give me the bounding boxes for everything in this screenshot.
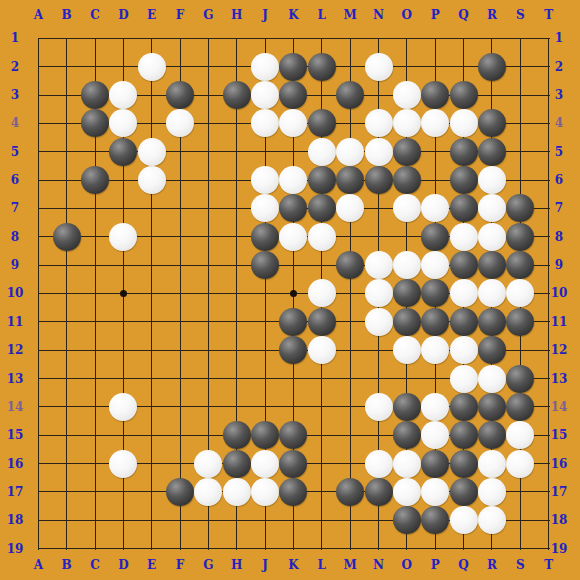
stone-white-E6[interactable]: [138, 166, 166, 194]
stone-black-S8[interactable]: [506, 223, 534, 251]
go-board[interactable]: AABBCCDDEEFFGGHHJJKKLLMMNNOOPPQQRRSSTT11…: [0, 0, 580, 580]
stone-white-R17[interactable]: [478, 478, 506, 506]
stone-black-B8[interactable]: [53, 223, 81, 251]
coord-label-right-19: 19: [551, 542, 568, 556]
grid-line-vertical: [151, 38, 152, 549]
stone-black-S11[interactable]: [506, 308, 534, 336]
coord-label-right-1: 1: [555, 31, 563, 45]
coord-label-bottom-N: N: [373, 558, 384, 572]
grid-line-vertical: [38, 38, 39, 549]
stone-black-M17[interactable]: [336, 478, 364, 506]
coord-label-top-J: J: [262, 8, 268, 22]
stone-white-O12[interactable]: [393, 336, 421, 364]
stone-white-G16[interactable]: [194, 450, 222, 478]
coord-label-left-2: 2: [11, 60, 19, 74]
coord-label-left-8: 8: [11, 230, 19, 244]
stone-black-R15[interactable]: [478, 421, 506, 449]
stone-white-O3[interactable]: [393, 81, 421, 109]
coord-label-top-A: A: [34, 8, 43, 22]
coord-label-top-H: H: [231, 8, 242, 22]
coord-label-top-O: O: [402, 8, 412, 22]
coord-label-left-12: 12: [7, 343, 24, 357]
coord-label-right-14: 14: [551, 400, 568, 414]
coord-label-right-13: 13: [551, 372, 568, 386]
coord-label-right-6: 6: [555, 173, 563, 187]
stone-black-F3[interactable]: [166, 81, 194, 109]
stone-black-L7[interactable]: [308, 194, 336, 222]
coord-label-left-3: 3: [11, 88, 19, 102]
stone-black-K16[interactable]: [279, 450, 307, 478]
coord-label-bottom-C: C: [90, 558, 100, 572]
stone-white-J6[interactable]: [251, 166, 279, 194]
stone-black-L4[interactable]: [308, 109, 336, 137]
coord-label-left-10: 10: [7, 286, 24, 300]
coord-label-left-15: 15: [7, 428, 24, 442]
stone-white-O4[interactable]: [393, 109, 421, 137]
star-point-D10: [120, 290, 127, 297]
stone-black-J9[interactable]: [251, 251, 279, 279]
stone-black-P3[interactable]: [421, 81, 449, 109]
stone-white-R8[interactable]: [478, 223, 506, 251]
stone-black-N17[interactable]: [365, 478, 393, 506]
stone-black-Q16[interactable]: [450, 450, 478, 478]
coord-label-right-18: 18: [551, 513, 568, 527]
stone-black-P16[interactable]: [421, 450, 449, 478]
coord-label-top-D: D: [118, 8, 128, 22]
stone-black-R14[interactable]: [478, 393, 506, 421]
stone-black-P8[interactable]: [421, 223, 449, 251]
stone-black-Q5[interactable]: [450, 138, 478, 166]
coord-label-bottom-A: A: [34, 558, 43, 572]
stone-black-K12[interactable]: [279, 336, 307, 364]
stone-black-K2[interactable]: [279, 53, 307, 81]
stone-black-O5[interactable]: [393, 138, 421, 166]
stone-black-L6[interactable]: [308, 166, 336, 194]
stone-white-L10[interactable]: [308, 279, 336, 307]
grid-line-horizontal: [38, 38, 549, 39]
stone-white-N4[interactable]: [365, 109, 393, 137]
stone-black-H16[interactable]: [223, 450, 251, 478]
coord-label-right-3: 3: [555, 88, 563, 102]
stone-white-O17[interactable]: [393, 478, 421, 506]
stone-white-N11[interactable]: [365, 308, 393, 336]
stone-white-S15[interactable]: [506, 421, 534, 449]
stone-white-K4[interactable]: [279, 109, 307, 137]
coord-label-left-9: 9: [11, 258, 19, 272]
stone-white-P4[interactable]: [421, 109, 449, 137]
stone-black-S7[interactable]: [506, 194, 534, 222]
stone-black-L2[interactable]: [308, 53, 336, 81]
stone-white-K8[interactable]: [279, 223, 307, 251]
stone-white-P17[interactable]: [421, 478, 449, 506]
stone-black-Q17[interactable]: [450, 478, 478, 506]
stone-white-R18[interactable]: [478, 506, 506, 534]
stone-black-P18[interactable]: [421, 506, 449, 534]
stone-white-J3[interactable]: [251, 81, 279, 109]
coord-label-top-K: K: [288, 8, 298, 22]
coord-label-top-S: S: [516, 8, 525, 22]
coord-label-left-5: 5: [11, 145, 19, 159]
stone-white-P7[interactable]: [421, 194, 449, 222]
stone-black-R11[interactable]: [478, 308, 506, 336]
coord-label-bottom-R: R: [487, 558, 497, 572]
stone-black-R2[interactable]: [478, 53, 506, 81]
coord-label-bottom-F: F: [176, 558, 185, 572]
stone-white-L5[interactable]: [308, 138, 336, 166]
stone-black-P11[interactable]: [421, 308, 449, 336]
stone-white-L8[interactable]: [308, 223, 336, 251]
stone-black-M6[interactable]: [336, 166, 364, 194]
stone-black-O11[interactable]: [393, 308, 421, 336]
stone-black-K3[interactable]: [279, 81, 307, 109]
coord-label-top-L: L: [318, 8, 326, 22]
stone-black-K15[interactable]: [279, 421, 307, 449]
stone-white-P9[interactable]: [421, 251, 449, 279]
coord-label-right-11: 11: [551, 315, 568, 329]
stone-white-N16[interactable]: [365, 450, 393, 478]
stone-white-E5[interactable]: [138, 138, 166, 166]
stone-black-R4[interactable]: [478, 109, 506, 137]
coord-label-left-17: 17: [7, 485, 24, 499]
stone-black-K11[interactable]: [279, 308, 307, 336]
stone-black-S13[interactable]: [506, 365, 534, 393]
stone-black-O10[interactable]: [393, 279, 421, 307]
stone-white-Q4[interactable]: [450, 109, 478, 137]
stone-white-N5[interactable]: [365, 138, 393, 166]
stone-black-C6[interactable]: [81, 166, 109, 194]
stone-black-J15[interactable]: [251, 421, 279, 449]
coord-label-bottom-K: K: [288, 558, 298, 572]
stone-black-K7[interactable]: [279, 194, 307, 222]
coord-label-right-10: 10: [551, 286, 568, 300]
stone-white-N9[interactable]: [365, 251, 393, 279]
stone-black-Q9[interactable]: [450, 251, 478, 279]
stone-black-P10[interactable]: [421, 279, 449, 307]
coord-label-right-4: 4: [555, 116, 563, 130]
stone-black-H3[interactable]: [223, 81, 251, 109]
stone-white-G17[interactable]: [194, 478, 222, 506]
coord-label-top-R: R: [487, 8, 497, 22]
coord-label-bottom-S: S: [516, 558, 525, 572]
stone-white-R7[interactable]: [478, 194, 506, 222]
coord-label-right-12: 12: [551, 343, 568, 357]
coord-label-top-B: B: [62, 8, 72, 22]
stone-white-D8[interactable]: [109, 223, 137, 251]
stone-white-P14[interactable]: [421, 393, 449, 421]
stone-white-J4[interactable]: [251, 109, 279, 137]
stone-black-C4[interactable]: [81, 109, 109, 137]
coord-label-left-18: 18: [7, 513, 24, 527]
stone-white-O9[interactable]: [393, 251, 421, 279]
stone-white-P12[interactable]: [421, 336, 449, 364]
coord-label-top-G: G: [203, 8, 213, 22]
stone-white-Q8[interactable]: [450, 223, 478, 251]
stone-white-J17[interactable]: [251, 478, 279, 506]
stone-black-K17[interactable]: [279, 478, 307, 506]
stone-black-L11[interactable]: [308, 308, 336, 336]
coord-label-top-E: E: [147, 8, 156, 22]
coord-label-top-P: P: [431, 8, 440, 22]
stone-black-Q11[interactable]: [450, 308, 478, 336]
stone-white-S16[interactable]: [506, 450, 534, 478]
stone-black-O6[interactable]: [393, 166, 421, 194]
stone-black-M3[interactable]: [336, 81, 364, 109]
stone-white-R6[interactable]: [478, 166, 506, 194]
stone-white-J16[interactable]: [251, 450, 279, 478]
stone-white-L12[interactable]: [308, 336, 336, 364]
stone-white-E2[interactable]: [138, 53, 166, 81]
coord-label-top-Q: Q: [458, 8, 468, 22]
coord-label-bottom-O: O: [402, 558, 412, 572]
coord-label-top-F: F: [176, 8, 185, 22]
coord-label-left-6: 6: [11, 173, 19, 187]
stone-white-H17[interactable]: [223, 478, 251, 506]
coord-label-bottom-L: L: [318, 558, 326, 572]
stone-black-Q6[interactable]: [450, 166, 478, 194]
stone-white-D16[interactable]: [109, 450, 137, 478]
coord-label-left-4: 4: [11, 116, 19, 130]
stone-black-R5[interactable]: [478, 138, 506, 166]
coord-label-left-13: 13: [7, 372, 24, 386]
stone-black-C3[interactable]: [81, 81, 109, 109]
stone-white-M5[interactable]: [336, 138, 364, 166]
stone-white-R10[interactable]: [478, 279, 506, 307]
stone-white-S10[interactable]: [506, 279, 534, 307]
coord-label-bottom-E: E: [147, 558, 156, 572]
stone-white-P15[interactable]: [421, 421, 449, 449]
stone-white-K6[interactable]: [279, 166, 307, 194]
stone-black-Q14[interactable]: [450, 393, 478, 421]
coord-label-bottom-M: M: [343, 558, 356, 572]
coord-label-left-7: 7: [11, 201, 19, 215]
stone-black-S9[interactable]: [506, 251, 534, 279]
grid-line-horizontal: [38, 548, 549, 549]
stone-white-O16[interactable]: [393, 450, 421, 478]
stone-white-D14[interactable]: [109, 393, 137, 421]
coord-label-right-15: 15: [551, 428, 568, 442]
stone-black-J8[interactable]: [251, 223, 279, 251]
coord-label-bottom-H: H: [231, 558, 242, 572]
stone-white-N10[interactable]: [365, 279, 393, 307]
coord-label-right-2: 2: [555, 60, 563, 74]
stone-white-Q10[interactable]: [450, 279, 478, 307]
stone-white-R16[interactable]: [478, 450, 506, 478]
coord-label-top-N: N: [373, 8, 384, 22]
coord-label-bottom-T: T: [544, 558, 553, 572]
coord-label-left-1: 1: [11, 31, 19, 45]
coord-label-left-11: 11: [7, 315, 24, 329]
coord-label-right-17: 17: [551, 485, 568, 499]
grid-line-vertical: [350, 38, 351, 549]
coord-label-bottom-G: G: [203, 558, 213, 572]
stone-black-N6[interactable]: [365, 166, 393, 194]
stone-black-H15[interactable]: [223, 421, 251, 449]
stone-black-R12[interactable]: [478, 336, 506, 364]
coord-label-right-7: 7: [555, 201, 563, 215]
stone-black-Q3[interactable]: [450, 81, 478, 109]
coord-label-top-T: T: [544, 8, 553, 22]
stone-white-F4[interactable]: [166, 109, 194, 137]
grid-line-vertical: [66, 38, 67, 549]
stone-black-R9[interactable]: [478, 251, 506, 279]
coord-label-right-8: 8: [555, 230, 563, 244]
stone-white-J2[interactable]: [251, 53, 279, 81]
stone-white-D4[interactable]: [109, 109, 137, 137]
coord-label-left-16: 16: [7, 457, 24, 471]
coord-label-right-16: 16: [551, 457, 568, 471]
stone-black-Q15[interactable]: [450, 421, 478, 449]
stone-white-Q18[interactable]: [450, 506, 478, 534]
coord-label-top-C: C: [90, 8, 100, 22]
stone-white-J7[interactable]: [251, 194, 279, 222]
coord-label-top-M: M: [343, 8, 356, 22]
stone-white-O7[interactable]: [393, 194, 421, 222]
coord-label-bottom-B: B: [62, 558, 72, 572]
stone-black-D5[interactable]: [109, 138, 137, 166]
stone-black-F17[interactable]: [166, 478, 194, 506]
coord-label-bottom-P: P: [431, 558, 440, 572]
star-point-K10: [290, 290, 297, 297]
stone-white-Q13[interactable]: [450, 365, 478, 393]
stone-black-S14[interactable]: [506, 393, 534, 421]
stone-white-Q12[interactable]: [450, 336, 478, 364]
stone-black-O18[interactable]: [393, 506, 421, 534]
stone-black-M9[interactable]: [336, 251, 364, 279]
grid-line-vertical: [548, 38, 549, 549]
coord-label-left-14: 14: [7, 400, 24, 414]
stone-white-N14[interactable]: [365, 393, 393, 421]
coord-label-bottom-D: D: [118, 558, 128, 572]
stone-white-M7[interactable]: [336, 194, 364, 222]
stone-black-O14[interactable]: [393, 393, 421, 421]
coord-label-bottom-Q: Q: [458, 558, 468, 572]
stone-white-N2[interactable]: [365, 53, 393, 81]
coord-label-right-5: 5: [555, 145, 563, 159]
stone-white-D3[interactable]: [109, 81, 137, 109]
coord-label-bottom-J: J: [262, 558, 268, 572]
coord-label-right-9: 9: [555, 258, 563, 272]
stone-black-O15[interactable]: [393, 421, 421, 449]
coord-label-left-19: 19: [7, 542, 24, 556]
stone-black-Q7[interactable]: [450, 194, 478, 222]
stone-white-R13[interactable]: [478, 365, 506, 393]
